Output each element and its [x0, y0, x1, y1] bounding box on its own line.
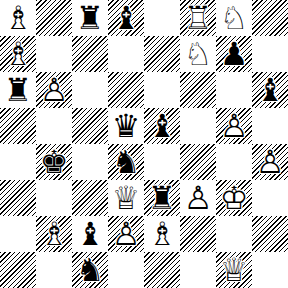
- piece-white-pawn[interactable]: ♟♙: [252, 144, 288, 180]
- piece-white-knight[interactable]: ♞♘: [180, 36, 216, 72]
- square-g4[interactable]: [216, 144, 252, 180]
- square-e5[interactable]: ♝: [144, 108, 180, 144]
- piece-black-rook[interactable]: ♜: [72, 0, 108, 36]
- square-h8[interactable]: [252, 0, 288, 36]
- square-h3[interactable]: [252, 180, 288, 216]
- square-d4[interactable]: ♞: [108, 144, 144, 180]
- piece-black-glyph: ♝: [72, 216, 108, 252]
- square-d7[interactable]: [108, 36, 144, 72]
- square-f8[interactable]: ♜♖: [180, 0, 216, 36]
- square-a2[interactable]: [0, 216, 36, 252]
- piece-white-outline-layer: ♖: [180, 0, 216, 36]
- piece-black-glyph: ♜: [0, 72, 36, 108]
- piece-white-outline-layer: ♗: [0, 36, 36, 72]
- square-g5[interactable]: ♟♙: [216, 108, 252, 144]
- square-f6[interactable]: [180, 72, 216, 108]
- square-b2[interactable]: ♝♗: [36, 216, 72, 252]
- square-e2[interactable]: ♝♗: [144, 216, 180, 252]
- square-c5[interactable]: [72, 108, 108, 144]
- piece-white-bishop[interactable]: ♝♗: [0, 36, 36, 72]
- square-h7[interactable]: [252, 36, 288, 72]
- piece-black-glyph: ♜: [144, 180, 180, 216]
- piece-white-outline-layer: ♙: [108, 216, 144, 252]
- piece-white-outline-layer: ♗: [144, 216, 180, 252]
- piece-white-pawn[interactable]: ♟♙: [108, 216, 144, 252]
- square-b5[interactable]: [36, 108, 72, 144]
- square-g8[interactable]: ♞♘: [216, 0, 252, 36]
- square-g6[interactable]: [216, 72, 252, 108]
- square-e3[interactable]: ♜: [144, 180, 180, 216]
- piece-black-bishop[interactable]: ♝: [72, 216, 108, 252]
- chess-diagram: ♝♗♜♝♜♖♞♘♝♗♞♘♟♜♟♙♝♛♝♟♙♚♞♟♙♛♕♜♟♙♚♔♝♗♝♟♙♝♗♞…: [0, 0, 288, 288]
- chess-board: ♝♗♜♝♜♖♞♘♝♗♞♘♟♜♟♙♝♛♝♟♙♚♞♟♙♛♕♜♟♙♚♔♝♗♝♟♙♝♗♞…: [0, 0, 288, 288]
- piece-white-queen[interactable]: ♛♕: [108, 180, 144, 216]
- piece-black-glyph: ♞: [108, 144, 144, 180]
- piece-white-outline-layer: ♔: [216, 180, 252, 216]
- piece-white-outline-layer: ♘: [180, 36, 216, 72]
- piece-black-knight[interactable]: ♞: [72, 252, 108, 288]
- square-e1[interactable]: [144, 252, 180, 288]
- square-h1[interactable]: [252, 252, 288, 288]
- square-d5[interactable]: ♛: [108, 108, 144, 144]
- square-h2[interactable]: [252, 216, 288, 252]
- piece-black-rook[interactable]: ♜: [144, 180, 180, 216]
- square-h4[interactable]: ♟♙: [252, 144, 288, 180]
- piece-white-pawn[interactable]: ♟♙: [36, 72, 72, 108]
- square-c6[interactable]: [72, 72, 108, 108]
- square-b6[interactable]: ♟♙: [36, 72, 72, 108]
- square-c1[interactable]: ♞: [72, 252, 108, 288]
- piece-white-outline-layer: ♙: [180, 180, 216, 216]
- piece-white-outline-layer: ♙: [252, 144, 288, 180]
- square-f3[interactable]: ♟♙: [180, 180, 216, 216]
- piece-white-bishop[interactable]: ♝♗: [144, 216, 180, 252]
- piece-white-knight[interactable]: ♞♘: [216, 0, 252, 36]
- piece-white-outline-layer: ♙: [216, 108, 252, 144]
- square-b1[interactable]: [36, 252, 72, 288]
- square-a7[interactable]: ♝♗: [0, 36, 36, 72]
- square-e7[interactable]: [144, 36, 180, 72]
- piece-black-glyph: ♚: [36, 144, 72, 180]
- piece-black-bishop[interactable]: ♝: [108, 0, 144, 36]
- piece-black-king[interactable]: ♚: [36, 144, 72, 180]
- piece-white-king[interactable]: ♚♔: [216, 180, 252, 216]
- square-g1[interactable]: ♛♕: [216, 252, 252, 288]
- square-d1[interactable]: [108, 252, 144, 288]
- square-b4[interactable]: ♚: [36, 144, 72, 180]
- piece-white-bishop[interactable]: ♝♗: [36, 216, 72, 252]
- square-a8[interactable]: ♝♗: [0, 0, 36, 36]
- piece-white-queen[interactable]: ♛♕: [216, 252, 252, 288]
- square-a5[interactable]: [0, 108, 36, 144]
- piece-black-rook[interactable]: ♜: [0, 72, 36, 108]
- piece-black-bishop[interactable]: ♝: [144, 108, 180, 144]
- piece-black-glyph: ♝: [144, 108, 180, 144]
- square-d8[interactable]: ♝: [108, 0, 144, 36]
- square-a3[interactable]: [0, 180, 36, 216]
- square-e6[interactable]: [144, 72, 180, 108]
- square-a4[interactable]: [0, 144, 36, 180]
- square-d6[interactable]: [108, 72, 144, 108]
- piece-white-pawn[interactable]: ♟♙: [216, 108, 252, 144]
- square-a1[interactable]: [0, 252, 36, 288]
- square-c4[interactable]: [72, 144, 108, 180]
- square-c8[interactable]: ♜: [72, 0, 108, 36]
- piece-black-glyph: ♜: [72, 0, 108, 36]
- square-f1[interactable]: [180, 252, 216, 288]
- square-c2[interactable]: ♝: [72, 216, 108, 252]
- piece-white-rook[interactable]: ♜♖: [180, 0, 216, 36]
- square-a6[interactable]: ♜: [0, 72, 36, 108]
- square-g2[interactable]: [216, 216, 252, 252]
- piece-black-glyph: ♝: [252, 72, 288, 108]
- piece-black-glyph: ♟: [216, 36, 252, 72]
- square-g7[interactable]: ♟: [216, 36, 252, 72]
- piece-white-outline-layer: ♙: [36, 72, 72, 108]
- square-f2[interactable]: [180, 216, 216, 252]
- piece-white-outline-layer: ♘: [216, 0, 252, 36]
- piece-white-outline-layer: ♗: [0, 0, 36, 36]
- square-d2[interactable]: ♟♙: [108, 216, 144, 252]
- square-h6[interactable]: ♝: [252, 72, 288, 108]
- piece-black-queen[interactable]: ♛: [108, 108, 144, 144]
- piece-black-glyph: ♞: [72, 252, 108, 288]
- piece-black-knight[interactable]: ♞: [108, 144, 144, 180]
- square-f5[interactable]: [180, 108, 216, 144]
- piece-white-bishop[interactable]: ♝♗: [0, 0, 36, 36]
- piece-black-bishop[interactable]: ♝: [252, 72, 288, 108]
- square-e8[interactable]: [144, 0, 180, 36]
- square-f4[interactable]: [180, 144, 216, 180]
- piece-white-pawn[interactable]: ♟♙: [180, 180, 216, 216]
- square-b7[interactable]: [36, 36, 72, 72]
- square-f7[interactable]: ♞♘: [180, 36, 216, 72]
- square-b3[interactable]: [36, 180, 72, 216]
- square-h5[interactable]: [252, 108, 288, 144]
- square-d3[interactable]: ♛♕: [108, 180, 144, 216]
- piece-black-pawn[interactable]: ♟: [216, 36, 252, 72]
- square-c7[interactable]: [72, 36, 108, 72]
- piece-white-outline-layer: ♕: [108, 180, 144, 216]
- square-c3[interactable]: [72, 180, 108, 216]
- piece-white-outline-layer: ♗: [36, 216, 72, 252]
- piece-white-outline-layer: ♕: [216, 252, 252, 288]
- piece-black-glyph: ♝: [108, 0, 144, 36]
- square-g3[interactable]: ♚♔: [216, 180, 252, 216]
- square-b8[interactable]: [36, 0, 72, 36]
- square-e4[interactable]: [144, 144, 180, 180]
- piece-black-glyph: ♛: [108, 108, 144, 144]
